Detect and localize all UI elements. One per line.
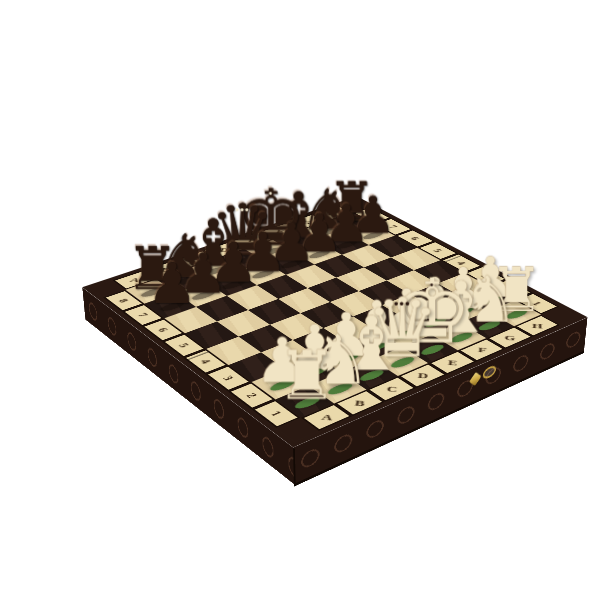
rank-number: 7 (136, 312, 151, 319)
file-letter: H (327, 211, 337, 216)
rank-number: 4 (198, 358, 214, 365)
rank-number: 8 (116, 297, 131, 303)
file-letter: F (477, 346, 486, 354)
file-letter: F (275, 228, 284, 234)
rank-number: 6 (409, 236, 422, 241)
pawn-glyph: ♟ (147, 256, 197, 312)
product-photo: ABCDEFGH8♜♞♝♛•••♚•♝♞♜87♟♟♟♟♟♟♟♟766554433… (0, 0, 600, 600)
rank-number: 2 (244, 391, 260, 399)
file-letter: D (417, 371, 428, 379)
file-letter: G (504, 334, 515, 341)
file-letter: G (301, 219, 312, 225)
rank-number: 6 (156, 326, 171, 333)
rank-number: 5 (176, 342, 191, 349)
rook-glyph: ♜ (276, 342, 337, 410)
board-top-face: ABCDEFGH8♜♞♝♛•••♚•♝♞♜87♟♟♟♟♟♟♟♟766554433… (82, 196, 588, 447)
file-letter: D (218, 247, 229, 253)
file-letter: B (354, 398, 365, 407)
file-letter: E (448, 358, 458, 366)
file-letter: H (532, 322, 543, 329)
file-letter: E (247, 237, 257, 243)
rank-number: 1 (268, 409, 284, 417)
rank-number: 5 (431, 248, 444, 254)
chess-scene: ABCDEFGH8♜♞♝♛•••♚•♝♞♜87♟♟♟♟♟♟♟♟766554433… (0, 0, 600, 600)
rank-number: 3 (220, 374, 236, 382)
brass-clasp-icon (471, 364, 497, 386)
file-letter: C (386, 385, 398, 393)
file-letter: A (320, 413, 333, 422)
clasp-hook-icon (483, 364, 497, 381)
chess-board: ABCDEFGH8♜♞♝♛•••♚•♝♞♜87♟♟♟♟♟♟♟♟766554433… (82, 196, 588, 447)
clasp-plate-icon (469, 371, 481, 385)
